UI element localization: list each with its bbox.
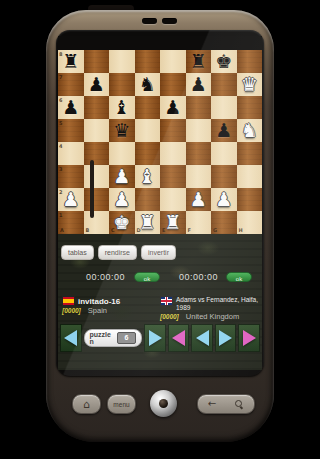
square-g4[interactable] <box>211 142 237 165</box>
square-e5[interactable] <box>160 119 186 142</box>
black-pawn: ♟ <box>190 73 207 96</box>
square-b5[interactable] <box>84 119 110 142</box>
square-a4[interactable]: 4 <box>58 142 84 165</box>
right-player-country: United Kingdom <box>186 312 239 321</box>
white-rook: ♜ <box>164 211 181 234</box>
flip-board-button[interactable]: invertir <box>141 245 176 260</box>
square-b2[interactable] <box>84 188 110 211</box>
menu-button[interactable]: menu <box>107 394 136 414</box>
rank-label: 4 <box>59 143 62 149</box>
square-a8[interactable]: 8♜ <box>58 50 84 73</box>
square-c4[interactable] <box>109 142 135 165</box>
black-king: ♚ <box>215 50 232 73</box>
square-a3[interactable]: 3 <box>58 165 84 188</box>
file-label: C <box>111 227 115 233</box>
black-pawn: ♟ <box>62 96 79 119</box>
square-c2[interactable]: ♟ <box>109 188 135 211</box>
rank-label: 1 <box>59 212 62 218</box>
square-c3[interactable]: ♟ <box>109 165 135 188</box>
black-pawn: ♟ <box>88 73 105 96</box>
white-king: ♚ <box>113 211 130 234</box>
puzzle-number-box: puzzle n 6 <box>84 329 143 347</box>
square-b6[interactable] <box>84 96 110 119</box>
resign-button[interactable]: rendirse <box>98 245 137 260</box>
square-b4[interactable] <box>84 142 110 165</box>
back-search-button-group: ← <box>197 394 255 414</box>
square-h4[interactable] <box>237 142 263 165</box>
square-f6[interactable] <box>186 96 212 119</box>
puzzle-nav-bar: puzzle n 6 <box>60 324 260 352</box>
square-c1[interactable]: C♚ <box>109 211 135 234</box>
left-player-rating: [0000] <box>62 307 81 314</box>
square-d7[interactable]: ♞ <box>135 73 161 96</box>
file-label: D <box>137 227 141 233</box>
square-d8[interactable] <box>135 50 161 73</box>
white-queen: ♛ <box>241 73 258 96</box>
left-player-name: invitado-16 <box>78 297 120 306</box>
square-h7[interactable]: ♛ <box>237 73 263 96</box>
square-a5[interactable]: 5 <box>58 119 84 142</box>
square-e7[interactable] <box>160 73 186 96</box>
menu-label: menu <box>113 401 129 408</box>
white-bishop: ♝ <box>139 165 156 188</box>
square-c7[interactable] <box>109 73 135 96</box>
file-label: F <box>188 227 191 233</box>
rank-label: 8 <box>59 51 62 57</box>
square-h1[interactable]: H <box>237 211 263 234</box>
square-c5[interactable]: ♛ <box>109 119 135 142</box>
prev-arrow-icon <box>196 330 209 346</box>
hardware-button-row: ⌂ menu ← <box>46 394 274 434</box>
black-rook: ♜ <box>190 50 207 73</box>
file-label: B <box>86 227 90 233</box>
square-a1[interactable]: 1A <box>58 211 84 234</box>
uk-flag-icon <box>160 296 173 306</box>
square-f8[interactable]: ♜ <box>186 50 212 73</box>
first-move-button[interactable] <box>168 324 190 352</box>
black-rook: ♜ <box>62 50 79 73</box>
puzzle-number-input[interactable]: 6 <box>117 332 137 344</box>
square-h8[interactable] <box>237 50 263 73</box>
rank-label: 7 <box>59 74 62 80</box>
square-d5[interactable] <box>135 119 161 142</box>
file-label: E <box>162 227 165 233</box>
white-pawn: ♟ <box>113 188 130 211</box>
square-b7[interactable]: ♟ <box>84 73 110 96</box>
right-player-panel: Adams vs Fernandez, Haifa, 1989 [0000] U… <box>160 296 260 321</box>
right-player-rating: [0000] <box>160 313 179 320</box>
file-label: A <box>60 227 64 233</box>
square-e8[interactable] <box>160 50 186 73</box>
square-f3[interactable] <box>186 165 212 188</box>
square-g8[interactable]: ♚ <box>211 50 237 73</box>
square-f2[interactable]: ♟ <box>186 188 212 211</box>
prev-move-button[interactable] <box>191 324 213 352</box>
left-player-country: Spain <box>88 306 107 315</box>
square-d1[interactable]: D♜ <box>135 211 161 234</box>
square-f1[interactable]: F <box>186 211 212 234</box>
square-f5[interactable] <box>186 119 212 142</box>
square-b1[interactable]: B <box>84 211 110 234</box>
file-label: H <box>239 227 243 233</box>
square-f4[interactable] <box>186 142 212 165</box>
square-d6[interactable] <box>135 96 161 119</box>
square-h2[interactable] <box>237 188 263 211</box>
square-c6[interactable]: ♝ <box>109 96 135 119</box>
rank-label: 5 <box>59 120 62 126</box>
square-a6[interactable]: 6♟ <box>58 96 84 119</box>
right-clock: 00:00:00 <box>179 272 218 282</box>
home-icon: ⌂ <box>83 399 90 410</box>
square-h6[interactable] <box>237 96 263 119</box>
square-d2[interactable] <box>135 188 161 211</box>
next-move-button[interactable] <box>215 324 237 352</box>
right-arrow-icon <box>149 330 162 346</box>
white-pawn: ♟ <box>62 188 79 211</box>
last-arrow-icon <box>243 330 256 346</box>
phone-frame: 8♜♜♚7♟♞♟♛6♟♝♟5♛♟♞43♟♝2♟♟♟♟1ABC♚D♜E♜FGH t… <box>46 10 274 442</box>
rank-label: 2 <box>59 189 62 195</box>
earpiece-grille <box>142 18 157 24</box>
square-h3[interactable] <box>237 165 263 188</box>
square-g1[interactable]: G <box>211 211 237 234</box>
back-icon[interactable]: ← <box>208 399 216 409</box>
rank-label: 6 <box>59 97 62 103</box>
screen: 8♜♜♚7♟♞♟♛6♟♝♟5♛♟♞43♟♝2♟♟♟♟1ABC♚D♜E♜FGH t… <box>58 36 262 370</box>
square-g3[interactable] <box>211 165 237 188</box>
square-a7[interactable]: 7 <box>58 73 84 96</box>
square-e2[interactable] <box>160 188 186 211</box>
clock-row: 00:00:00 ok 00:00:00 ok <box>58 272 262 284</box>
spain-flag-icon <box>62 296 75 306</box>
file-label: G <box>213 227 217 233</box>
white-rook: ♜ <box>139 211 156 234</box>
last-move-button[interactable] <box>238 324 260 352</box>
square-c8[interactable] <box>109 50 135 73</box>
square-b3[interactable] <box>84 165 110 188</box>
black-pawn: ♟ <box>215 119 232 142</box>
square-f7[interactable]: ♟ <box>186 73 212 96</box>
next-puzzle-button[interactable] <box>144 324 166 352</box>
square-b8[interactable] <box>84 50 110 73</box>
square-h5[interactable]: ♞ <box>237 119 263 142</box>
left-clock: 00:00:00 <box>86 272 125 282</box>
left-ok-button[interactable]: ok <box>134 272 160 282</box>
square-e3[interactable] <box>160 165 186 188</box>
white-pawn: ♟ <box>215 188 232 211</box>
volume-rocker[interactable] <box>90 160 94 218</box>
black-pawn: ♟ <box>164 96 181 119</box>
proximity-sensor <box>162 18 177 24</box>
next-arrow-icon <box>219 330 232 346</box>
black-knight: ♞ <box>139 73 156 96</box>
black-queen: ♛ <box>113 119 130 142</box>
square-g7[interactable] <box>211 73 237 96</box>
left-arrow-icon <box>64 330 77 346</box>
prev-puzzle-button[interactable] <box>60 324 82 352</box>
first-arrow-icon <box>172 330 185 346</box>
square-d4[interactable] <box>135 142 161 165</box>
right-player-name: Adams vs Fernandez, Haifa, 1989 <box>176 296 260 312</box>
square-g6[interactable] <box>211 96 237 119</box>
trackball-sensor <box>159 399 168 408</box>
puzzle-label: puzzle n <box>90 331 114 345</box>
black-bishop: ♝ <box>113 96 130 119</box>
left-player-panel: invitado-16 [0000] Spain <box>62 296 156 315</box>
white-pawn: ♟ <box>190 188 207 211</box>
chess-board: 8♜♜♚7♟♞♟♛6♟♝♟5♛♟♞43♟♝2♟♟♟♟1ABC♚D♜E♜FGH <box>58 50 262 234</box>
rank-label: 3 <box>59 166 62 172</box>
right-ok-button[interactable]: ok <box>226 272 252 282</box>
trackball[interactable] <box>150 390 177 417</box>
white-pawn: ♟ <box>113 165 130 188</box>
square-g5[interactable]: ♟ <box>211 119 237 142</box>
square-e6[interactable]: ♟ <box>160 96 186 119</box>
square-a2[interactable]: 2♟ <box>58 188 84 211</box>
home-button[interactable]: ⌂ <box>72 394 101 414</box>
square-e4[interactable] <box>160 142 186 165</box>
draw-button[interactable]: tablas <box>61 245 94 260</box>
action-button-row: tablas rendirse invertir <box>61 245 176 260</box>
search-icon[interactable] <box>235 400 244 409</box>
square-e1[interactable]: E♜ <box>160 211 186 234</box>
white-knight: ♞ <box>241 119 258 142</box>
square-d3[interactable]: ♝ <box>135 165 161 188</box>
square-g2[interactable]: ♟ <box>211 188 237 211</box>
